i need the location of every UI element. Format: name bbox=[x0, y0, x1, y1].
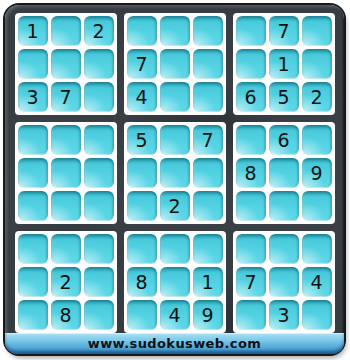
cell-r2c7[interactable] bbox=[236, 49, 266, 79]
cell-r5c9[interactable]: 9 bbox=[302, 158, 332, 188]
cell-r4c8[interactable]: 6 bbox=[269, 125, 299, 155]
cell-r7c4[interactable] bbox=[127, 234, 157, 264]
cell-r7c2[interactable] bbox=[51, 234, 81, 264]
cell-r6c6[interactable] bbox=[193, 191, 223, 221]
cell-r7c6[interactable] bbox=[193, 234, 223, 264]
box-r2c3: 689 bbox=[233, 122, 335, 224]
cell-r1c5[interactable] bbox=[160, 16, 190, 46]
cell-r7c9[interactable] bbox=[302, 234, 332, 264]
cell-r2c4[interactable]: 7 bbox=[127, 49, 157, 79]
cell-r4c3[interactable] bbox=[84, 125, 114, 155]
cell-r7c5[interactable] bbox=[160, 234, 190, 264]
cell-r6c4[interactable] bbox=[127, 191, 157, 221]
cell-r8c8[interactable] bbox=[269, 267, 299, 297]
cell-r5c6[interactable] bbox=[193, 158, 223, 188]
cell-r8c7[interactable]: 7 bbox=[236, 267, 266, 297]
cell-r7c8[interactable] bbox=[269, 234, 299, 264]
cell-r9c8[interactable]: 3 bbox=[269, 300, 299, 330]
cell-r9c2[interactable]: 8 bbox=[51, 300, 81, 330]
cell-r9c3[interactable] bbox=[84, 300, 114, 330]
box-r1c2: 74 bbox=[124, 13, 226, 115]
cell-r8c5[interactable] bbox=[160, 267, 190, 297]
cell-r8c4[interactable]: 8 bbox=[127, 267, 157, 297]
cell-r6c9[interactable] bbox=[302, 191, 332, 221]
cell-r2c2[interactable] bbox=[51, 49, 81, 79]
cell-r4c7[interactable] bbox=[236, 125, 266, 155]
cell-r5c4[interactable] bbox=[127, 158, 157, 188]
cell-r1c9[interactable] bbox=[302, 16, 332, 46]
site-url[interactable]: www.sudokusweb.com bbox=[88, 336, 261, 351]
cell-r3c9[interactable]: 2 bbox=[302, 82, 332, 112]
cell-r9c4[interactable] bbox=[127, 300, 157, 330]
cell-r6c8[interactable] bbox=[269, 191, 299, 221]
cell-r1c8[interactable]: 7 bbox=[269, 16, 299, 46]
cell-r8c1[interactable] bbox=[18, 267, 48, 297]
cell-r3c3[interactable] bbox=[84, 82, 114, 112]
cell-r4c1[interactable] bbox=[18, 125, 48, 155]
cell-r3c8[interactable]: 5 bbox=[269, 82, 299, 112]
cell-r4c2[interactable] bbox=[51, 125, 81, 155]
cell-r1c7[interactable] bbox=[236, 16, 266, 46]
cell-r2c3[interactable] bbox=[84, 49, 114, 79]
cell-r3c1[interactable]: 3 bbox=[18, 82, 48, 112]
cell-r4c9[interactable] bbox=[302, 125, 332, 155]
cell-r5c5[interactable] bbox=[160, 158, 190, 188]
cell-r7c3[interactable] bbox=[84, 234, 114, 264]
cell-r8c3[interactable] bbox=[84, 267, 114, 297]
cell-r6c5[interactable]: 2 bbox=[160, 191, 190, 221]
cell-r9c5[interactable]: 4 bbox=[160, 300, 190, 330]
cell-r4c6[interactable]: 7 bbox=[193, 125, 223, 155]
cell-r1c6[interactable] bbox=[193, 16, 223, 46]
cell-r1c4[interactable] bbox=[127, 16, 157, 46]
cell-r3c2[interactable]: 7 bbox=[51, 82, 81, 112]
cell-r9c6[interactable]: 9 bbox=[193, 300, 223, 330]
cell-r6c7[interactable] bbox=[236, 191, 266, 221]
cell-r8c6[interactable]: 1 bbox=[193, 267, 223, 297]
cell-r5c3[interactable] bbox=[84, 158, 114, 188]
cell-r6c2[interactable] bbox=[51, 191, 81, 221]
sudoku-grid: 1237 74 71652 572 689 28 8149 743 bbox=[5, 13, 344, 333]
box-r1c1: 1237 bbox=[15, 13, 117, 115]
cell-r2c9[interactable] bbox=[302, 49, 332, 79]
box-r2c1 bbox=[15, 122, 117, 224]
cell-r2c5[interactable] bbox=[160, 49, 190, 79]
box-r3c3: 743 bbox=[233, 231, 335, 333]
cell-r1c2[interactable] bbox=[51, 16, 81, 46]
box-r3c2: 8149 bbox=[124, 231, 226, 333]
box-r2c2: 572 bbox=[124, 122, 226, 224]
cell-r3c5[interactable] bbox=[160, 82, 190, 112]
box-r3c1: 28 bbox=[15, 231, 117, 333]
sudoku-board-panel: 1237 74 71652 572 689 28 8149 743 www.su… bbox=[5, 5, 344, 354]
cell-r1c1[interactable]: 1 bbox=[18, 16, 48, 46]
cell-r6c3[interactable] bbox=[84, 191, 114, 221]
cell-r7c7[interactable] bbox=[236, 234, 266, 264]
cell-r3c6[interactable] bbox=[193, 82, 223, 112]
cell-r3c7[interactable]: 6 bbox=[236, 82, 266, 112]
cell-r2c6[interactable] bbox=[193, 49, 223, 79]
cell-r4c4[interactable]: 5 bbox=[127, 125, 157, 155]
cell-r3c4[interactable]: 4 bbox=[127, 82, 157, 112]
cell-r9c9[interactable] bbox=[302, 300, 332, 330]
cell-r1c3[interactable]: 2 bbox=[84, 16, 114, 46]
footer-band: www.sudokusweb.com bbox=[5, 333, 344, 354]
cell-r9c1[interactable] bbox=[18, 300, 48, 330]
page: 1237 74 71652 572 689 28 8149 743 www.su… bbox=[0, 0, 350, 360]
cell-r7c1[interactable] bbox=[18, 234, 48, 264]
cell-r2c8[interactable]: 1 bbox=[269, 49, 299, 79]
cell-r5c2[interactable] bbox=[51, 158, 81, 188]
box-r1c3: 71652 bbox=[233, 13, 335, 115]
cell-r8c2[interactable]: 2 bbox=[51, 267, 81, 297]
cell-r5c7[interactable]: 8 bbox=[236, 158, 266, 188]
cell-r9c7[interactable] bbox=[236, 300, 266, 330]
cell-r6c1[interactable] bbox=[18, 191, 48, 221]
cell-r8c9[interactable]: 4 bbox=[302, 267, 332, 297]
cell-r5c1[interactable] bbox=[18, 158, 48, 188]
cell-r5c8[interactable] bbox=[269, 158, 299, 188]
cell-r4c5[interactable] bbox=[160, 125, 190, 155]
cell-r2c1[interactable] bbox=[18, 49, 48, 79]
